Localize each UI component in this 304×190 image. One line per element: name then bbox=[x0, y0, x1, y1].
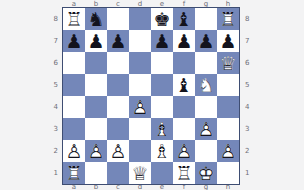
square-e3[interactable]: ♝♗ bbox=[151, 118, 173, 140]
pawn-icon: ♟ bbox=[107, 30, 129, 52]
square-e2[interactable]: ♝♗ bbox=[151, 140, 173, 162]
rank-label-right-7: 7 bbox=[242, 30, 256, 52]
square-f1[interactable]: ♜♖ bbox=[173, 162, 195, 184]
file-label-top-a: a bbox=[63, 0, 85, 8]
square-c6[interactable] bbox=[107, 52, 129, 74]
square-a4[interactable] bbox=[63, 96, 85, 118]
pawn-icon: ♙ bbox=[85, 140, 107, 162]
file-labels-top: abcdefgh bbox=[63, 0, 239, 8]
pawn-icon: ♙ bbox=[217, 140, 239, 162]
white-knight-g5[interactable]: ♞♘ bbox=[195, 74, 217, 96]
square-b5[interactable] bbox=[85, 74, 107, 96]
square-b2[interactable]: ♟♙ bbox=[85, 140, 107, 162]
file-label-top-f: f bbox=[173, 0, 195, 8]
square-d3[interactable] bbox=[129, 118, 151, 140]
file-label-top-d: d bbox=[129, 0, 151, 8]
queen-icon: ♕ bbox=[129, 162, 151, 184]
square-b7[interactable]: ♟ bbox=[85, 30, 107, 52]
square-c7[interactable]: ♟ bbox=[107, 30, 129, 52]
knight-icon: ♞ bbox=[85, 8, 107, 30]
square-h3[interactable] bbox=[217, 118, 239, 140]
pawn-icon: ♙ bbox=[63, 140, 85, 162]
square-f3[interactable] bbox=[173, 118, 195, 140]
rank-label-right-4: 4 bbox=[242, 96, 256, 118]
square-d4[interactable]: ♟♙ bbox=[129, 96, 151, 118]
black-bishop-f5[interactable]: ♝ bbox=[173, 74, 195, 96]
pawn-icon: ♟ bbox=[63, 30, 85, 52]
rank-label-left-3: 3 bbox=[47, 118, 61, 140]
square-c5[interactable] bbox=[107, 74, 129, 96]
square-b8[interactable]: ♞ bbox=[85, 8, 107, 30]
pawn-icon: ♙ bbox=[129, 96, 151, 118]
square-b6[interactable] bbox=[85, 52, 107, 74]
bishop-icon: ♗ bbox=[151, 140, 173, 162]
square-f2[interactable]: ♟♙ bbox=[173, 140, 195, 162]
square-f8[interactable]: ♝ bbox=[173, 8, 195, 30]
pawn-icon: ♙ bbox=[195, 118, 217, 140]
square-h7[interactable]: ♟ bbox=[217, 30, 239, 52]
white-rook-f1[interactable]: ♜♖ bbox=[173, 162, 195, 184]
white-bishop-e3[interactable]: ♝♗ bbox=[151, 118, 173, 140]
rank-label-left-2: 2 bbox=[47, 140, 61, 162]
bishop-icon: ♗ bbox=[151, 118, 173, 140]
file-label-bottom-a: a bbox=[63, 184, 85, 190]
pawn-icon: ♟ bbox=[151, 30, 173, 52]
rank-label-right-1: 1 bbox=[242, 162, 256, 184]
chess-app-screenshot: abcdefgh abcdefgh 87654321 87654321 ♜♖♞♚… bbox=[0, 0, 304, 190]
king-icon: ♔ bbox=[195, 162, 217, 184]
black-bishop-f8[interactable]: ♝ bbox=[173, 8, 195, 30]
file-label-top-e: e bbox=[151, 0, 173, 8]
square-h1[interactable] bbox=[217, 162, 239, 184]
black-queen-h6[interactable]: ♛♕ bbox=[217, 52, 239, 74]
square-e7[interactable]: ♟ bbox=[151, 30, 173, 52]
square-h5[interactable] bbox=[217, 74, 239, 96]
file-label-bottom-h: h bbox=[217, 184, 239, 190]
square-b3[interactable] bbox=[85, 118, 107, 140]
white-rook-a1[interactable]: ♜♖ bbox=[63, 162, 85, 184]
black-pawn-a7[interactable]: ♟ bbox=[63, 30, 85, 52]
square-c3[interactable] bbox=[107, 118, 129, 140]
rank-label-left-4: 4 bbox=[47, 96, 61, 118]
white-pawn-h2[interactable]: ♟♙ bbox=[217, 140, 239, 162]
white-pawn-g3[interactable]: ♟♙ bbox=[195, 118, 217, 140]
square-e4[interactable] bbox=[151, 96, 173, 118]
pawn-icon: ♟ bbox=[173, 30, 195, 52]
pawn-icon: ♟ bbox=[195, 30, 217, 52]
square-f7[interactable]: ♟ bbox=[173, 30, 195, 52]
square-g1[interactable]: ♚♔ bbox=[195, 162, 217, 184]
file-label-bottom-g: g bbox=[195, 184, 217, 190]
rook-icon: ♖ bbox=[63, 8, 85, 30]
white-pawn-c2[interactable]: ♟♙ bbox=[107, 140, 129, 162]
black-pawn-e7[interactable]: ♟ bbox=[151, 30, 173, 52]
square-e5[interactable] bbox=[151, 74, 173, 96]
square-h4[interactable] bbox=[217, 96, 239, 118]
square-c1[interactable] bbox=[107, 162, 129, 184]
square-e1[interactable] bbox=[151, 162, 173, 184]
rank-label-left-8: 8 bbox=[47, 8, 61, 30]
white-pawn-a2[interactable]: ♟♙ bbox=[63, 140, 85, 162]
black-knight-b8[interactable]: ♞ bbox=[85, 8, 107, 30]
rank-label-left-6: 6 bbox=[47, 52, 61, 74]
square-d6[interactable] bbox=[129, 52, 151, 74]
bishop-icon: ♝ bbox=[173, 8, 195, 30]
square-a2[interactable]: ♟♙ bbox=[63, 140, 85, 162]
rank-label-left-1: 1 bbox=[47, 162, 61, 184]
black-pawn-h7[interactable]: ♟ bbox=[217, 30, 239, 52]
square-a6[interactable] bbox=[63, 52, 85, 74]
square-g6[interactable] bbox=[195, 52, 217, 74]
file-label-bottom-d: d bbox=[129, 184, 151, 190]
square-e8[interactable]: ♚ bbox=[151, 8, 173, 30]
rank-label-right-3: 3 bbox=[242, 118, 256, 140]
black-rook-h8[interactable]: ♜♖ bbox=[217, 8, 239, 30]
rook-icon: ♖ bbox=[217, 8, 239, 30]
square-d5[interactable] bbox=[129, 74, 151, 96]
white-pawn-f2[interactable]: ♟♙ bbox=[173, 140, 195, 162]
rank-label-right-5: 5 bbox=[242, 74, 256, 96]
square-d7[interactable] bbox=[129, 30, 151, 52]
file-label-bottom-e: e bbox=[151, 184, 173, 190]
square-e6[interactable] bbox=[151, 52, 173, 74]
queen-icon: ♕ bbox=[217, 52, 239, 74]
square-a3[interactable] bbox=[63, 118, 85, 140]
square-c2[interactable]: ♟♙ bbox=[107, 140, 129, 162]
rook-icon: ♖ bbox=[63, 162, 85, 184]
king-icon: ♚ bbox=[151, 8, 173, 30]
file-label-top-b: b bbox=[85, 0, 107, 8]
rook-icon: ♖ bbox=[173, 162, 195, 184]
file-label-bottom-f: f bbox=[173, 184, 195, 190]
chess-board: ♜♖♞♚♝♜♖♟♟♟♟♟♟♟♛♕♝♞♘♟♙♝♗♟♙♟♙♟♙♟♙♝♗♟♙♟♙♜♖♛… bbox=[63, 8, 239, 184]
square-h6[interactable]: ♛♕ bbox=[217, 52, 239, 74]
file-label-bottom-c: c bbox=[107, 184, 129, 190]
rank-label-right-8: 8 bbox=[242, 8, 256, 30]
rank-label-left-5: 5 bbox=[47, 74, 61, 96]
black-king-e8[interactable]: ♚ bbox=[151, 8, 173, 30]
white-pawn-b2[interactable]: ♟♙ bbox=[85, 140, 107, 162]
rank-label-right-6: 6 bbox=[242, 52, 256, 74]
rank-labels-right: 87654321 bbox=[242, 8, 256, 184]
rank-label-left-7: 7 bbox=[47, 30, 61, 52]
square-g2[interactable] bbox=[195, 140, 217, 162]
rank-label-right-2: 2 bbox=[242, 140, 256, 162]
square-g3[interactable]: ♟♙ bbox=[195, 118, 217, 140]
square-h2[interactable]: ♟♙ bbox=[217, 140, 239, 162]
square-d2[interactable] bbox=[129, 140, 151, 162]
square-g5[interactable]: ♞♘ bbox=[195, 74, 217, 96]
square-f4[interactable] bbox=[173, 96, 195, 118]
file-label-bottom-b: b bbox=[85, 184, 107, 190]
white-king-g1[interactable]: ♚♔ bbox=[195, 162, 217, 184]
square-a7[interactable]: ♟ bbox=[63, 30, 85, 52]
square-d8[interactable] bbox=[129, 8, 151, 30]
black-pawn-b7[interactable]: ♟ bbox=[85, 30, 107, 52]
pawn-icon: ♙ bbox=[107, 140, 129, 162]
white-queen-d1[interactable]: ♛♕ bbox=[129, 162, 151, 184]
pawn-icon: ♟ bbox=[85, 30, 107, 52]
square-f6[interactable] bbox=[173, 52, 195, 74]
square-g4[interactable] bbox=[195, 96, 217, 118]
bishop-icon: ♝ bbox=[173, 74, 195, 96]
square-a5[interactable] bbox=[63, 74, 85, 96]
black-pawn-g7[interactable]: ♟ bbox=[195, 30, 217, 52]
square-a8[interactable]: ♜♖ bbox=[63, 8, 85, 30]
white-bishop-e2[interactable]: ♝♗ bbox=[151, 140, 173, 162]
file-label-top-h: h bbox=[217, 0, 239, 8]
knight-icon: ♘ bbox=[195, 74, 217, 96]
square-c8[interactable] bbox=[107, 8, 129, 30]
file-label-top-c: c bbox=[107, 0, 129, 8]
square-b1[interactable] bbox=[85, 162, 107, 184]
black-pawn-f7[interactable]: ♟ bbox=[173, 30, 195, 52]
black-rook-a8[interactable]: ♜♖ bbox=[63, 8, 85, 30]
square-d1[interactable]: ♛♕ bbox=[129, 162, 151, 184]
square-b4[interactable] bbox=[85, 96, 107, 118]
rank-labels-left: 87654321 bbox=[47, 8, 61, 184]
pawn-icon: ♙ bbox=[173, 140, 195, 162]
square-c4[interactable] bbox=[107, 96, 129, 118]
square-f5[interactable]: ♝ bbox=[173, 74, 195, 96]
square-a1[interactable]: ♜♖ bbox=[63, 162, 85, 184]
black-pawn-c7[interactable]: ♟ bbox=[107, 30, 129, 52]
file-labels-bottom: abcdefgh bbox=[63, 184, 239, 190]
square-g8[interactable] bbox=[195, 8, 217, 30]
white-pawn-d4[interactable]: ♟♙ bbox=[129, 96, 151, 118]
square-g7[interactable]: ♟ bbox=[195, 30, 217, 52]
pawn-icon: ♟ bbox=[217, 30, 239, 52]
file-label-top-g: g bbox=[195, 0, 217, 8]
square-h8[interactable]: ♜♖ bbox=[217, 8, 239, 30]
